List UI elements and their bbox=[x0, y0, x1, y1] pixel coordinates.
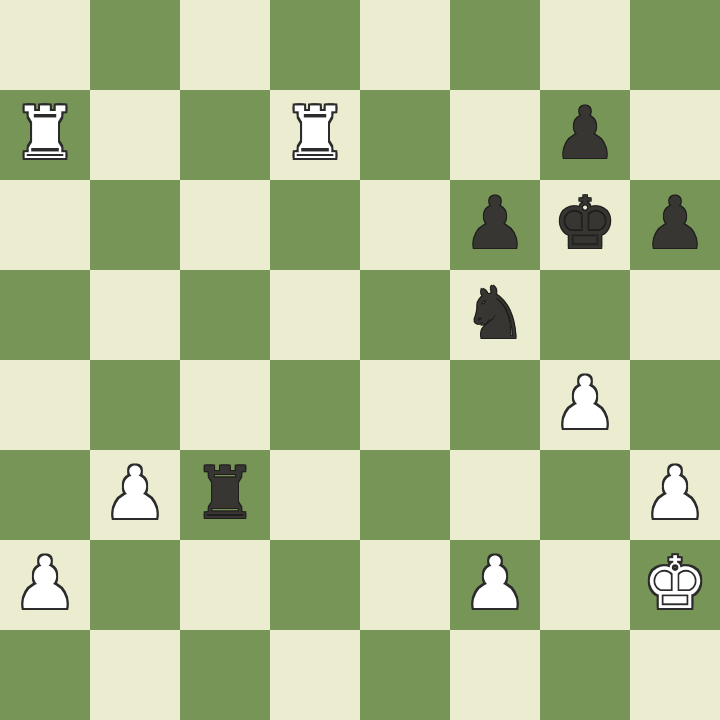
white-rook[interactable]: ♜ bbox=[13, 88, 78, 178]
square-c7[interactable] bbox=[180, 90, 270, 180]
square-h3[interactable]: ♟ bbox=[630, 450, 720, 540]
square-h8[interactable] bbox=[630, 0, 720, 90]
square-a3[interactable] bbox=[0, 450, 90, 540]
square-f6[interactable]: ♟ bbox=[450, 180, 540, 270]
square-d3[interactable] bbox=[270, 450, 360, 540]
square-d7[interactable]: ♜ bbox=[270, 90, 360, 180]
square-g8[interactable] bbox=[540, 0, 630, 90]
square-c6[interactable] bbox=[180, 180, 270, 270]
square-b5[interactable] bbox=[90, 270, 180, 360]
square-h7[interactable] bbox=[630, 90, 720, 180]
square-f5[interactable]: ♞ bbox=[450, 270, 540, 360]
square-g6[interactable]: ♚ bbox=[540, 180, 630, 270]
square-d2[interactable] bbox=[270, 540, 360, 630]
square-a7[interactable]: ♜ bbox=[0, 90, 90, 180]
square-h1[interactable] bbox=[630, 630, 720, 720]
square-a5[interactable] bbox=[0, 270, 90, 360]
black-king[interactable]: ♚ bbox=[553, 178, 618, 268]
black-rook[interactable]: ♜ bbox=[193, 448, 258, 538]
white-king[interactable]: ♚ bbox=[643, 538, 708, 628]
square-c2[interactable] bbox=[180, 540, 270, 630]
square-h6[interactable]: ♟ bbox=[630, 180, 720, 270]
square-b2[interactable] bbox=[90, 540, 180, 630]
white-pawn[interactable]: ♟ bbox=[643, 448, 708, 538]
square-f2[interactable]: ♟ bbox=[450, 540, 540, 630]
square-b7[interactable] bbox=[90, 90, 180, 180]
square-d4[interactable] bbox=[270, 360, 360, 450]
square-h2[interactable]: ♚ bbox=[630, 540, 720, 630]
square-e3[interactable] bbox=[360, 450, 450, 540]
white-rook[interactable]: ♜ bbox=[283, 88, 348, 178]
square-a1[interactable] bbox=[0, 630, 90, 720]
square-d1[interactable] bbox=[270, 630, 360, 720]
square-f7[interactable] bbox=[450, 90, 540, 180]
white-pawn[interactable]: ♟ bbox=[463, 538, 528, 628]
black-pawn[interactable]: ♟ bbox=[463, 178, 528, 268]
square-e5[interactable] bbox=[360, 270, 450, 360]
square-h4[interactable] bbox=[630, 360, 720, 450]
square-e8[interactable] bbox=[360, 0, 450, 90]
square-g1[interactable] bbox=[540, 630, 630, 720]
chess-board: ♜♜♟♟♚♟♞♟♟♜♟♟♟♚ bbox=[0, 0, 720, 720]
square-e7[interactable] bbox=[360, 90, 450, 180]
square-f3[interactable] bbox=[450, 450, 540, 540]
square-a8[interactable] bbox=[0, 0, 90, 90]
square-c4[interactable] bbox=[180, 360, 270, 450]
square-d6[interactable] bbox=[270, 180, 360, 270]
square-f4[interactable] bbox=[450, 360, 540, 450]
square-d8[interactable] bbox=[270, 0, 360, 90]
square-c3[interactable]: ♜ bbox=[180, 450, 270, 540]
square-g5[interactable] bbox=[540, 270, 630, 360]
square-g3[interactable] bbox=[540, 450, 630, 540]
white-pawn[interactable]: ♟ bbox=[103, 448, 168, 538]
square-b3[interactable]: ♟ bbox=[90, 450, 180, 540]
square-b4[interactable] bbox=[90, 360, 180, 450]
white-pawn[interactable]: ♟ bbox=[13, 538, 78, 628]
square-f8[interactable] bbox=[450, 0, 540, 90]
square-a4[interactable] bbox=[0, 360, 90, 450]
square-f1[interactable] bbox=[450, 630, 540, 720]
square-g7[interactable]: ♟ bbox=[540, 90, 630, 180]
square-h5[interactable] bbox=[630, 270, 720, 360]
square-e6[interactable] bbox=[360, 180, 450, 270]
square-e2[interactable] bbox=[360, 540, 450, 630]
black-pawn[interactable]: ♟ bbox=[553, 88, 618, 178]
square-g4[interactable]: ♟ bbox=[540, 360, 630, 450]
square-e4[interactable] bbox=[360, 360, 450, 450]
square-b6[interactable] bbox=[90, 180, 180, 270]
square-d5[interactable] bbox=[270, 270, 360, 360]
square-a6[interactable] bbox=[0, 180, 90, 270]
black-knight[interactable]: ♞ bbox=[463, 268, 528, 358]
square-g2[interactable] bbox=[540, 540, 630, 630]
white-pawn[interactable]: ♟ bbox=[553, 358, 618, 448]
square-c1[interactable] bbox=[180, 630, 270, 720]
square-c8[interactable] bbox=[180, 0, 270, 90]
square-e1[interactable] bbox=[360, 630, 450, 720]
square-c5[interactable] bbox=[180, 270, 270, 360]
square-a2[interactable]: ♟ bbox=[0, 540, 90, 630]
square-b1[interactable] bbox=[90, 630, 180, 720]
black-pawn[interactable]: ♟ bbox=[643, 178, 708, 268]
square-b8[interactable] bbox=[90, 0, 180, 90]
